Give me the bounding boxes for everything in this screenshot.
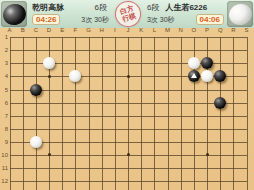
board-intersection[interactable] xyxy=(42,57,55,70)
white-stone xyxy=(188,57,200,69)
white-player-byoyomi: 3次 30秒 xyxy=(147,15,175,25)
white-stone-avatar-icon xyxy=(227,1,253,27)
black-stone-avatar-icon xyxy=(1,1,27,27)
black-player-avatar[interactable] xyxy=(1,1,27,27)
black-player-byoyomi: 3次 30秒 xyxy=(81,15,109,25)
board-intersection[interactable] xyxy=(200,70,213,83)
board-intersection[interactable] xyxy=(213,70,226,83)
last-move-marker xyxy=(191,73,197,78)
match-header: 乾明高脉 6段 04:26 3次 30秒 白方 行棋 6段 人生若6226 3次… xyxy=(0,0,254,28)
board-intersection[interactable] xyxy=(29,135,42,148)
white-player-info: 6段 人生若6226 3次 30秒 04:06 xyxy=(141,0,226,28)
black-player-rank: 6段 xyxy=(94,2,106,13)
black-stone xyxy=(188,70,200,82)
white-to-move-seal: 白方 行棋 xyxy=(112,0,145,30)
board-intersection[interactable] xyxy=(213,96,226,109)
black-player-info: 乾明高脉 6段 04:26 3次 30秒 xyxy=(28,0,115,28)
black-stone xyxy=(214,70,226,82)
black-stone xyxy=(214,97,226,109)
white-player-timer: 04:06 xyxy=(196,14,224,25)
board-intersection[interactable] xyxy=(187,57,200,70)
black-stone xyxy=(201,57,213,69)
black-stone xyxy=(30,84,42,96)
white-stone xyxy=(69,70,81,82)
white-player-name: 人生若6226 xyxy=(165,2,207,13)
go-app-screen: 乾明高脉 6段 04:26 3次 30秒 白方 行棋 6段 人生若6226 3次… xyxy=(0,0,254,190)
stones-grid xyxy=(3,31,253,188)
white-player-rank: 6段 xyxy=(147,2,159,13)
black-player-name: 乾明高脉 xyxy=(32,2,64,13)
board-intersection[interactable] xyxy=(200,57,213,70)
white-stone xyxy=(30,136,42,148)
white-stone xyxy=(43,57,55,69)
white-player-avatar[interactable] xyxy=(227,1,253,27)
white-stone xyxy=(201,70,213,82)
board-intersection[interactable] xyxy=(187,70,200,83)
go-board[interactable]: ABCDEFGHIJKLMNOPQRS 123456789101112 xyxy=(0,28,254,190)
board-intersection[interactable] xyxy=(29,83,42,96)
board-intersection[interactable] xyxy=(69,70,82,83)
black-player-timer: 04:26 xyxy=(32,14,60,25)
